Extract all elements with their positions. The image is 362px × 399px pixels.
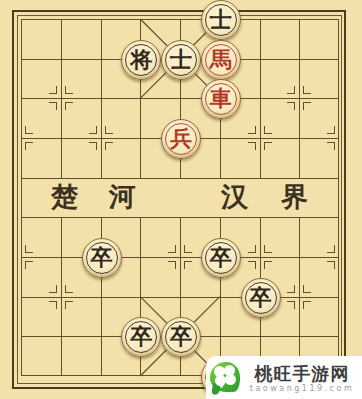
position-marker xyxy=(89,142,97,150)
piece-character: 車 xyxy=(202,80,240,118)
position-marker xyxy=(248,261,256,269)
board-cell xyxy=(299,19,339,59)
watermark: 桃旺手游网 taowang119.com xyxy=(206,356,362,399)
piece-character: 将 xyxy=(122,41,160,79)
river-label-right: 汉界 xyxy=(221,181,341,213)
piece-black-soldier[interactable]: 卒 xyxy=(201,238,241,278)
position-marker xyxy=(248,245,256,253)
position-marker xyxy=(168,245,176,253)
piece-character: 士 xyxy=(202,1,240,39)
board-cell xyxy=(21,336,61,376)
river-label-left: 楚河 xyxy=(51,181,167,213)
position-marker xyxy=(264,261,272,269)
position-marker xyxy=(168,261,176,269)
piece-character: 卒 xyxy=(202,239,240,277)
position-marker xyxy=(287,86,295,94)
position-marker xyxy=(327,126,335,134)
position-marker xyxy=(264,142,272,150)
position-marker xyxy=(89,126,97,134)
piece-black-soldier[interactable]: 卒 xyxy=(121,317,161,357)
piece-character: 卒 xyxy=(83,239,121,277)
piece-black-general[interactable]: 将 xyxy=(121,40,161,80)
position-marker xyxy=(264,126,272,134)
position-marker xyxy=(25,245,33,253)
position-marker xyxy=(49,86,57,94)
piece-character: 卒 xyxy=(122,318,160,356)
piece-character: 卒 xyxy=(162,318,200,356)
position-marker xyxy=(105,142,113,150)
piece-black-soldier[interactable]: 卒 xyxy=(161,317,201,357)
board-cell xyxy=(21,19,61,59)
position-marker xyxy=(303,301,311,309)
position-marker xyxy=(287,285,295,293)
position-marker xyxy=(303,102,311,110)
watermark-title: 桃旺手游网 xyxy=(255,364,350,384)
position-marker xyxy=(49,285,57,293)
piece-character: 卒 xyxy=(242,279,280,317)
position-marker xyxy=(184,245,192,253)
piece-red-soldier[interactable]: 兵 xyxy=(161,119,201,159)
logo-petal xyxy=(225,374,236,385)
board-cell xyxy=(61,336,101,376)
position-marker xyxy=(248,126,256,134)
position-marker xyxy=(49,102,57,110)
position-marker xyxy=(327,142,335,150)
xiangqi-screenshot: 楚河 汉界 士将士馬車兵卒卒卒卒卒帥 桃旺手游网 taowang119.com xyxy=(0,0,362,399)
watermark-url[interactable]: taowang119.com xyxy=(250,384,354,394)
position-marker xyxy=(303,285,311,293)
position-marker xyxy=(248,142,256,150)
position-marker xyxy=(25,142,33,150)
piece-character: 士 xyxy=(162,41,200,79)
board-cell xyxy=(180,178,220,218)
watermark-text-block: 桃旺手游网 taowang119.com xyxy=(242,364,362,394)
position-marker xyxy=(49,301,57,309)
position-marker xyxy=(25,126,33,134)
watermark-clover-logo-icon xyxy=(209,360,242,396)
position-marker xyxy=(25,261,33,269)
position-marker xyxy=(65,301,73,309)
position-marker xyxy=(65,285,73,293)
position-marker xyxy=(287,301,295,309)
position-marker xyxy=(105,126,113,134)
position-marker xyxy=(65,102,73,110)
position-marker xyxy=(287,102,295,110)
piece-red-horse[interactable]: 馬 xyxy=(201,40,241,80)
board-cell xyxy=(61,19,101,59)
board-cell xyxy=(260,19,300,59)
position-marker xyxy=(184,261,192,269)
piece-black-advisor[interactable]: 士 xyxy=(161,40,201,80)
piece-black-soldier[interactable]: 卒 xyxy=(82,238,122,278)
piece-black-advisor[interactable]: 士 xyxy=(201,0,241,40)
piece-red-chariot[interactable]: 車 xyxy=(201,79,241,119)
position-marker xyxy=(327,261,335,269)
position-marker xyxy=(264,245,272,253)
position-marker xyxy=(327,245,335,253)
piece-character: 馬 xyxy=(202,41,240,79)
position-marker xyxy=(303,86,311,94)
piece-character: 兵 xyxy=(162,120,200,158)
piece-black-soldier[interactable]: 卒 xyxy=(241,278,281,318)
position-marker xyxy=(65,86,73,94)
